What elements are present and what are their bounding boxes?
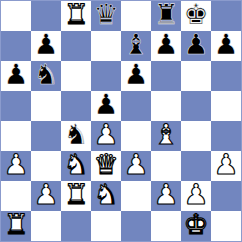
square-d2[interactable]: ♞: [91, 181, 121, 211]
square-c2[interactable]: ♜: [61, 181, 91, 211]
square-h4[interactable]: [211, 121, 241, 151]
piece-black-rook-f8[interactable]: ♜: [153, 1, 178, 30]
square-h8[interactable]: [211, 1, 241, 31]
piece-white-rook-a1[interactable]: ♜: [3, 211, 28, 240]
square-b5[interactable]: [31, 91, 61, 121]
piece-white-king-g1[interactable]: ♚: [183, 211, 208, 240]
square-c7[interactable]: [61, 31, 91, 61]
square-f7[interactable]: ♟: [151, 31, 181, 61]
square-b8[interactable]: [31, 1, 61, 31]
square-b7[interactable]: ♟: [31, 31, 61, 61]
square-d5[interactable]: ♟: [91, 91, 121, 121]
square-f6[interactable]: [151, 61, 181, 91]
square-a3[interactable]: ♟: [1, 151, 31, 181]
square-g6[interactable]: [181, 61, 211, 91]
piece-white-pawn-d4[interactable]: ♟: [93, 121, 118, 150]
piece-white-knight-d2[interactable]: ♞: [93, 181, 118, 210]
square-h1[interactable]: [211, 211, 241, 241]
piece-black-knight-c4[interactable]: ♞: [63, 121, 88, 150]
square-f4[interactable]: ♝: [151, 121, 181, 151]
piece-black-pawn-e6[interactable]: ♟: [123, 61, 148, 90]
square-g4[interactable]: [181, 121, 211, 151]
square-a4[interactable]: [1, 121, 31, 151]
square-c8[interactable]: ♜: [61, 1, 91, 31]
piece-white-rook-c2[interactable]: ♜: [63, 181, 88, 210]
square-d3[interactable]: ♛: [91, 151, 121, 181]
square-h3[interactable]: ♟: [211, 151, 241, 181]
square-h2[interactable]: [211, 181, 241, 211]
piece-black-pawn-g7[interactable]: ♟: [183, 31, 208, 60]
square-g5[interactable]: [181, 91, 211, 121]
chess-board: ♜♛♜♚♟♝♟♟♟♟♞♟♟♞♟♝♟♞♛♟♟♟♜♞♟♟♜♚: [0, 0, 242, 242]
piece-black-pawn-a6[interactable]: ♟: [3, 61, 28, 90]
square-h6[interactable]: [211, 61, 241, 91]
square-f2[interactable]: ♟: [151, 181, 181, 211]
square-c6[interactable]: [61, 61, 91, 91]
piece-black-queen-d8[interactable]: ♛: [93, 1, 118, 30]
piece-white-pawn-g2[interactable]: ♟: [183, 181, 208, 210]
square-a5[interactable]: [1, 91, 31, 121]
square-b2[interactable]: ♟: [31, 181, 61, 211]
square-c5[interactable]: [61, 91, 91, 121]
square-h7[interactable]: ♟: [211, 31, 241, 61]
square-e4[interactable]: [121, 121, 151, 151]
piece-white-rook-c8[interactable]: ♜: [63, 1, 88, 30]
piece-white-pawn-b2[interactable]: ♟: [33, 181, 58, 210]
square-g1[interactable]: ♚: [181, 211, 211, 241]
square-e1[interactable]: [121, 211, 151, 241]
piece-black-king-g8[interactable]: ♚: [183, 1, 208, 30]
square-g2[interactable]: ♟: [181, 181, 211, 211]
piece-black-pawn-d5[interactable]: ♟: [93, 91, 118, 120]
square-g8[interactable]: ♚: [181, 1, 211, 31]
square-g3[interactable]: [181, 151, 211, 181]
piece-black-bishop-e7[interactable]: ♝: [123, 31, 148, 60]
square-b6[interactable]: ♞: [31, 61, 61, 91]
square-g7[interactable]: ♟: [181, 31, 211, 61]
square-d8[interactable]: ♛: [91, 1, 121, 31]
square-a6[interactable]: ♟: [1, 61, 31, 91]
piece-black-pawn-h7[interactable]: ♟: [213, 31, 238, 60]
square-f3[interactable]: [151, 151, 181, 181]
piece-white-pawn-h3[interactable]: ♟: [213, 151, 238, 180]
square-c1[interactable]: [61, 211, 91, 241]
square-a1[interactable]: ♜: [1, 211, 31, 241]
square-d1[interactable]: [91, 211, 121, 241]
square-b1[interactable]: [31, 211, 61, 241]
square-d4[interactable]: ♟: [91, 121, 121, 151]
piece-white-pawn-e3[interactable]: ♟: [123, 151, 148, 180]
square-e5[interactable]: [121, 91, 151, 121]
square-b4[interactable]: [31, 121, 61, 151]
square-e7[interactable]: ♝: [121, 31, 151, 61]
piece-white-pawn-f2[interactable]: ♟: [153, 181, 178, 210]
square-e6[interactable]: ♟: [121, 61, 151, 91]
piece-black-pawn-b7[interactable]: ♟: [33, 31, 58, 60]
square-e8[interactable]: [121, 1, 151, 31]
chess-board-container: ♜♛♜♚♟♝♟♟♟♟♞♟♟♞♟♝♟♞♛♟♟♟♜♞♟♟♜♚: [0, 0, 242, 242]
piece-white-knight-c3[interactable]: ♞: [63, 151, 88, 180]
square-b3[interactable]: [31, 151, 61, 181]
square-h5[interactable]: [211, 91, 241, 121]
square-a7[interactable]: [1, 31, 31, 61]
piece-white-pawn-a3[interactable]: ♟: [3, 151, 28, 180]
square-e3[interactable]: ♟: [121, 151, 151, 181]
square-a2[interactable]: [1, 181, 31, 211]
square-d6[interactable]: [91, 61, 121, 91]
square-f1[interactable]: [151, 211, 181, 241]
square-c3[interactable]: ♞: [61, 151, 91, 181]
piece-white-queen-d3[interactable]: ♛: [93, 151, 118, 180]
square-e2[interactable]: [121, 181, 151, 211]
piece-black-knight-b6[interactable]: ♞: [33, 61, 58, 90]
square-a8[interactable]: [1, 1, 31, 31]
square-f8[interactable]: ♜: [151, 1, 181, 31]
square-c4[interactable]: ♞: [61, 121, 91, 151]
piece-white-bishop-f4[interactable]: ♝: [153, 121, 178, 150]
square-d7[interactable]: [91, 31, 121, 61]
square-f5[interactable]: [151, 91, 181, 121]
piece-black-pawn-f7[interactable]: ♟: [153, 31, 178, 60]
